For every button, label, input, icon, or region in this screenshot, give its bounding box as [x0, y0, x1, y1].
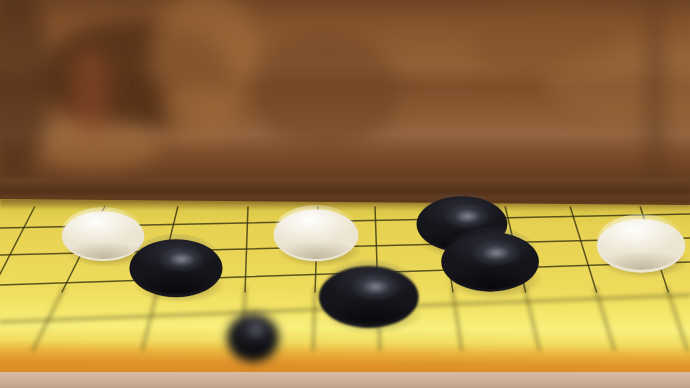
go-stone-black[interactable]: ● [228, 311, 278, 357]
stone-sheen [129, 234, 223, 294]
stone-sheen [441, 227, 540, 289]
go-stone-white[interactable]: ● [598, 216, 684, 268]
stone-sheen [596, 214, 686, 270]
go-stone-black[interactable]: ● [131, 236, 221, 292]
go-photo-scene: ●●●●●●●● [0, 0, 690, 388]
go-stone-black[interactable]: ● [321, 262, 418, 322]
stone-sheen [319, 260, 420, 324]
go-stone-black[interactable]: ● [443, 229, 538, 287]
stones-layer: ●●●●●●●● [0, 0, 690, 388]
stone-sheen [226, 309, 280, 359]
